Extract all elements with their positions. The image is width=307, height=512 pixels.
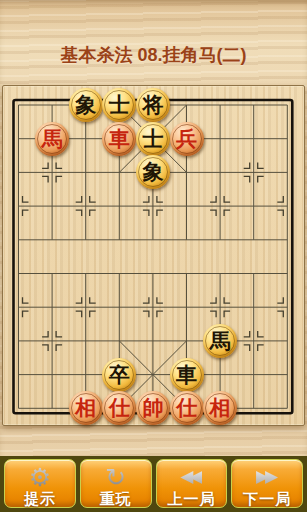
toolbar: ⚙ 提示 ↻ 重玩 ◀◀ 上一局 ▶▶ 下一局: [0, 456, 307, 512]
piece-black-advisor[interactable]: 士: [136, 122, 170, 156]
hint-button-label: 提示: [24, 490, 56, 509]
piece-red-elephant[interactable]: 相: [69, 391, 103, 425]
replay-icon: ↻: [105, 464, 126, 490]
puzzle-title: 基本杀法 08.挂角马(二): [0, 44, 307, 66]
fast-forward-icon: ▶▶: [256, 464, 278, 490]
gear-icon: ⚙: [29, 464, 51, 490]
piece-black-elephant[interactable]: 象: [69, 88, 103, 122]
piece-black-horse[interactable]: 馬: [203, 324, 237, 358]
prev-game-button-label: 上一局: [167, 490, 215, 509]
next-game-button-label: 下一局: [243, 490, 291, 509]
piece-black-chariot[interactable]: 車: [170, 358, 204, 392]
rewind-icon: ◀◀: [180, 464, 202, 490]
prev-game-button[interactable]: ◀◀ 上一局: [156, 459, 228, 508]
replay-button[interactable]: ↻ 重玩: [80, 459, 152, 508]
piece-red-horse[interactable]: 馬: [35, 122, 69, 156]
piece-black-general[interactable]: 将: [136, 88, 170, 122]
piece-red-advisor[interactable]: 仕: [170, 391, 204, 425]
piece-red-chariot[interactable]: 車: [102, 122, 136, 156]
xiangqi-board[interactable]: 象士将馬車士兵象馬卒車相仕帥仕相: [2, 85, 305, 426]
replay-button-label: 重玩: [100, 490, 132, 509]
next-game-button[interactable]: ▶▶ 下一局: [231, 459, 303, 508]
last-move-marker: [238, 325, 270, 357]
hint-button[interactable]: ⚙ 提示: [4, 459, 76, 508]
app-screen: 基本杀法 08.挂角马(二) 象士将馬車士兵象馬卒車相仕帥仕相 ⚙ 提示 ↻ 重…: [0, 0, 307, 512]
piece-black-soldier[interactable]: 卒: [102, 358, 136, 392]
piece-red-soldier[interactable]: 兵: [170, 122, 204, 156]
piece-red-general[interactable]: 帥: [136, 391, 170, 425]
